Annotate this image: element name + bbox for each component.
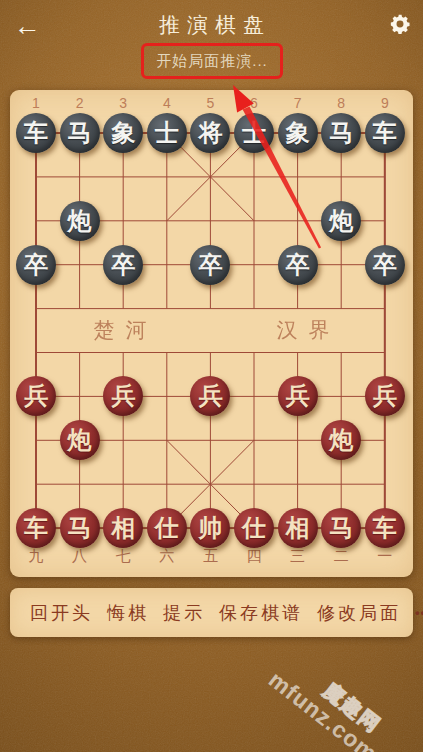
piece-black-卒[interactable]: 卒 — [103, 245, 143, 285]
more-options-button[interactable]: ••• — [415, 605, 423, 620]
piece-red-马[interactable]: 马 — [60, 508, 100, 548]
piece-black-卒[interactable]: 卒 — [278, 245, 318, 285]
piece-red-相[interactable]: 相 — [278, 508, 318, 548]
piece-black-士[interactable]: 士 — [234, 113, 274, 153]
piece-red-兵[interactable]: 兵 — [278, 376, 318, 416]
piece-black-马[interactable]: 马 — [60, 113, 100, 153]
page-title: 推演棋盘 — [0, 11, 423, 39]
piece-red-相[interactable]: 相 — [103, 508, 143, 548]
bottom-toolbar: 回开头 悔棋 提示 保存棋谱 修改局面 ••• — [10, 588, 413, 637]
piece-red-炮[interactable]: 炮 — [60, 420, 100, 460]
watermark-cn: 魔趣网 — [319, 679, 397, 747]
piece-red-马[interactable]: 马 — [321, 508, 361, 548]
piece-black-士[interactable]: 士 — [147, 113, 187, 153]
watermark: 魔趣网 mfunz.com — [264, 648, 397, 752]
xiangqi-board[interactable]: 楚河 汉界 123456789 九八七六五四三二一 车马象士将士象马车炮炮卒卒卒… — [10, 90, 413, 577]
back-to-start-button[interactable]: 回开头 — [30, 601, 93, 625]
watermark-url: mfunz.com — [264, 666, 383, 752]
piece-black-象[interactable]: 象 — [103, 113, 143, 153]
gear-icon[interactable] — [389, 13, 411, 35]
board-grid — [10, 90, 413, 577]
piece-black-车[interactable]: 车 — [365, 113, 405, 153]
piece-black-车[interactable]: 车 — [16, 113, 56, 153]
piece-black-象[interactable]: 象 — [278, 113, 318, 153]
piece-black-卒[interactable]: 卒 — [16, 245, 56, 285]
piece-black-炮[interactable]: 炮 — [321, 201, 361, 241]
piece-red-仕[interactable]: 仕 — [147, 508, 187, 548]
piece-black-卒[interactable]: 卒 — [365, 245, 405, 285]
piece-red-仕[interactable]: 仕 — [234, 508, 274, 548]
hint-button[interactable]: 提示 — [163, 601, 205, 625]
save-record-button[interactable]: 保存棋谱 — [219, 601, 303, 625]
undo-move-button[interactable]: 悔棋 — [107, 601, 149, 625]
piece-red-车[interactable]: 车 — [365, 508, 405, 548]
edit-position-button[interactable]: 修改局面 — [317, 601, 401, 625]
piece-black-炮[interactable]: 炮 — [60, 201, 100, 241]
app-screen: ← 推演棋盘 开始局面推演... — [0, 0, 423, 752]
piece-red-兵[interactable]: 兵 — [365, 376, 405, 416]
piece-black-马[interactable]: 马 — [321, 113, 361, 153]
piece-red-车[interactable]: 车 — [16, 508, 56, 548]
piece-black-卒[interactable]: 卒 — [190, 245, 230, 285]
start-deduction-button[interactable]: 开始局面推演... — [141, 43, 283, 79]
top-bar: ← 推演棋盘 — [0, 0, 423, 46]
